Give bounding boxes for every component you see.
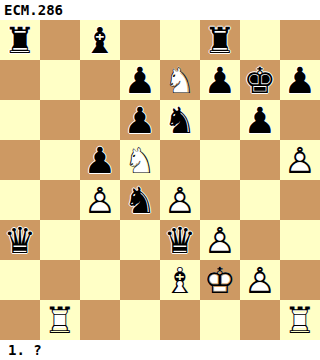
square-g6[interactable]: ♟ xyxy=(240,100,280,140)
black-pawn: ♟ xyxy=(120,60,160,100)
white-king-fill: ♚ xyxy=(200,260,240,300)
square-b7[interactable] xyxy=(40,60,80,100)
square-f8[interactable]: ♜ xyxy=(200,20,240,60)
white-knight: ♘ xyxy=(160,60,200,100)
square-h2[interactable] xyxy=(280,260,320,300)
square-d4[interactable]: ♞ xyxy=(120,180,160,220)
white-rook: ♖ xyxy=(40,300,80,340)
square-a8[interactable]: ♜ xyxy=(0,20,40,60)
square-h7[interactable]: ♟ xyxy=(280,60,320,100)
square-g4[interactable] xyxy=(240,180,280,220)
square-b4[interactable] xyxy=(40,180,80,220)
move-prompt: 1. ? xyxy=(0,340,320,360)
chess-board: ♜♝♜♟♞♘♟♚♟♟♞♟♟♞♘♟♙♟♙♞♟♙♛♛♟♙♝♗♚♔♟♙♜♖♜♖ xyxy=(0,20,320,340)
square-f4[interactable] xyxy=(200,180,240,220)
square-e6[interactable]: ♞ xyxy=(160,100,200,140)
black-knight: ♞ xyxy=(160,100,200,140)
square-b6[interactable] xyxy=(40,100,80,140)
square-a3[interactable]: ♛ xyxy=(0,220,40,260)
square-f6[interactable] xyxy=(200,100,240,140)
square-a6[interactable] xyxy=(0,100,40,140)
square-b8[interactable] xyxy=(40,20,80,60)
black-king: ♚ xyxy=(240,60,280,100)
square-f5[interactable] xyxy=(200,140,240,180)
square-f3[interactable]: ♟♙ xyxy=(200,220,240,260)
square-c2[interactable] xyxy=(80,260,120,300)
white-rook: ♖ xyxy=(280,300,320,340)
square-d6[interactable]: ♟ xyxy=(120,100,160,140)
square-h4[interactable] xyxy=(280,180,320,220)
square-h3[interactable] xyxy=(280,220,320,260)
square-b3[interactable] xyxy=(40,220,80,260)
black-pawn: ♟ xyxy=(200,60,240,100)
white-pawn: ♙ xyxy=(280,140,320,180)
white-knight-fill: ♞ xyxy=(120,140,160,180)
black-pawn: ♟ xyxy=(120,100,160,140)
square-g1[interactable] xyxy=(240,300,280,340)
square-h5[interactable]: ♟♙ xyxy=(280,140,320,180)
square-e3[interactable]: ♛ xyxy=(160,220,200,260)
square-d2[interactable] xyxy=(120,260,160,300)
white-pawn-fill: ♟ xyxy=(160,180,200,220)
white-king: ♔ xyxy=(200,260,240,300)
square-d7[interactable]: ♟ xyxy=(120,60,160,100)
square-a7[interactable] xyxy=(0,60,40,100)
square-c5[interactable]: ♟ xyxy=(80,140,120,180)
white-pawn-fill: ♟ xyxy=(240,260,280,300)
square-c3[interactable] xyxy=(80,220,120,260)
diagram-title: ECM.286 xyxy=(0,0,320,20)
square-e2[interactable]: ♝♗ xyxy=(160,260,200,300)
square-g2[interactable]: ♟♙ xyxy=(240,260,280,300)
square-c6[interactable] xyxy=(80,100,120,140)
square-d1[interactable] xyxy=(120,300,160,340)
black-pawn: ♟ xyxy=(80,140,120,180)
white-bishop: ♗ xyxy=(160,260,200,300)
black-knight: ♞ xyxy=(120,180,160,220)
black-bishop: ♝ xyxy=(80,20,120,60)
white-knight-fill: ♞ xyxy=(160,60,200,100)
square-a4[interactable] xyxy=(0,180,40,220)
white-pawn-fill: ♟ xyxy=(80,180,120,220)
square-a5[interactable] xyxy=(0,140,40,180)
square-d3[interactable] xyxy=(120,220,160,260)
square-a2[interactable] xyxy=(0,260,40,300)
square-d5[interactable]: ♞♘ xyxy=(120,140,160,180)
white-knight: ♘ xyxy=(120,140,160,180)
black-pawn: ♟ xyxy=(240,100,280,140)
black-rook: ♜ xyxy=(200,20,240,60)
square-h6[interactable] xyxy=(280,100,320,140)
black-queen: ♛ xyxy=(160,220,200,260)
square-b5[interactable] xyxy=(40,140,80,180)
white-pawn: ♙ xyxy=(200,220,240,260)
square-f1[interactable] xyxy=(200,300,240,340)
square-g5[interactable] xyxy=(240,140,280,180)
white-bishop-fill: ♝ xyxy=(160,260,200,300)
square-c4[interactable]: ♟♙ xyxy=(80,180,120,220)
white-pawn-fill: ♟ xyxy=(200,220,240,260)
square-f2[interactable]: ♚♔ xyxy=(200,260,240,300)
square-b1[interactable]: ♜♖ xyxy=(40,300,80,340)
square-b2[interactable] xyxy=(40,260,80,300)
white-pawn: ♙ xyxy=(80,180,120,220)
square-h1[interactable]: ♜♖ xyxy=(280,300,320,340)
square-g8[interactable] xyxy=(240,20,280,60)
white-rook-fill: ♜ xyxy=(280,300,320,340)
white-pawn: ♙ xyxy=(240,260,280,300)
square-g7[interactable]: ♚ xyxy=(240,60,280,100)
square-f7[interactable]: ♟ xyxy=(200,60,240,100)
square-c8[interactable]: ♝ xyxy=(80,20,120,60)
square-c1[interactable] xyxy=(80,300,120,340)
square-e1[interactable] xyxy=(160,300,200,340)
white-pawn-fill: ♟ xyxy=(280,140,320,180)
square-g3[interactable] xyxy=(240,220,280,260)
square-d8[interactable] xyxy=(120,20,160,60)
black-pawn: ♟ xyxy=(280,60,320,100)
white-rook-fill: ♜ xyxy=(40,300,80,340)
square-e4[interactable]: ♟♙ xyxy=(160,180,200,220)
black-rook: ♜ xyxy=(0,20,40,60)
white-pawn: ♙ xyxy=(160,180,200,220)
square-e7[interactable]: ♞♘ xyxy=(160,60,200,100)
square-a1[interactable] xyxy=(0,300,40,340)
square-h8[interactable] xyxy=(280,20,320,60)
square-e8[interactable] xyxy=(160,20,200,60)
square-e5[interactable] xyxy=(160,140,200,180)
square-c7[interactable] xyxy=(80,60,120,100)
black-queen: ♛ xyxy=(0,220,40,260)
